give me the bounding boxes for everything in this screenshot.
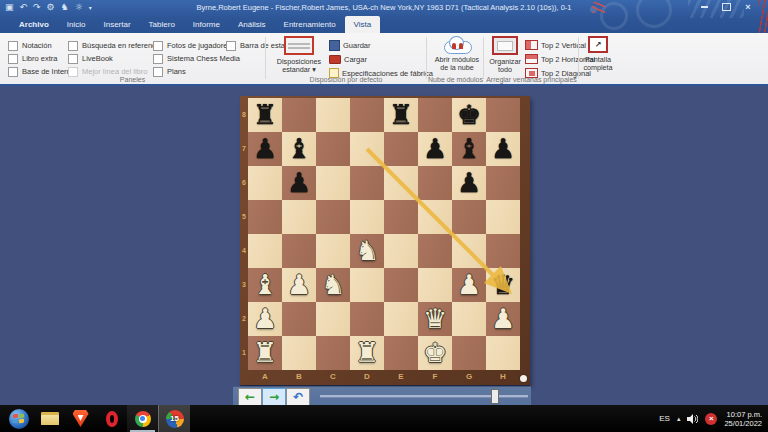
black-queen-h3: ♛ xyxy=(486,268,520,302)
black-rook-e8: ♜ xyxy=(384,98,418,132)
square-b2[interactable] xyxy=(282,302,316,336)
tab-análisis[interactable]: Análisis xyxy=(229,16,275,33)
checkbox-box[interactable] xyxy=(8,54,18,64)
back-move-button[interactable]: ← xyxy=(238,388,262,406)
square-g5[interactable] xyxy=(452,200,486,234)
square-e1[interactable] xyxy=(384,336,418,370)
board-rank-labels: 87654321 xyxy=(240,98,248,370)
tab-vista[interactable]: Vista xyxy=(345,16,381,33)
paneles-column-2: Búsqueda en referenciaLiveBookMejor líne… xyxy=(68,39,162,78)
checkbox-box[interactable] xyxy=(153,41,163,51)
load-icon xyxy=(329,55,341,64)
abrir-modulos-nube-button[interactable]: Abrir módulos de la nube xyxy=(436,36,478,72)
square-e4[interactable] xyxy=(384,234,418,268)
square-g3[interactable]: ♟ xyxy=(452,268,486,302)
square-h3[interactable]: ♛ xyxy=(486,268,520,302)
checkbox-libro-extra[interactable]: Libro extra xyxy=(8,52,77,65)
checkbox-box[interactable] xyxy=(8,41,18,51)
square-c4[interactable] xyxy=(316,234,350,268)
black-bishop-g7: ♝ xyxy=(452,132,486,166)
tab-informe[interactable]: Informe xyxy=(184,16,229,33)
slider-handle[interactable] xyxy=(491,389,499,404)
file-label-b: B xyxy=(282,370,316,384)
clock-time: 10:07 p.m. xyxy=(727,410,762,419)
guardar-button[interactable]: Guardar xyxy=(329,38,433,52)
file-label-d: D xyxy=(350,370,384,384)
square-b8[interactable] xyxy=(282,98,316,132)
speaker-icon[interactable] xyxy=(687,414,698,424)
taskbar-app-chrome[interactable] xyxy=(127,405,158,432)
square-h5[interactable] xyxy=(486,200,520,234)
square-f6[interactable] xyxy=(418,166,452,200)
square-e2[interactable] xyxy=(384,302,418,336)
quick-access-toolbar: ▣ ↶ ↷ ⚙ ♞ ☼ ▾ xyxy=(5,2,92,13)
checkbox-label: Búsqueda en referencia xyxy=(82,41,162,50)
checkbox-label: Mejor línea del libro xyxy=(82,67,147,76)
square-c6[interactable] xyxy=(316,166,350,200)
square-a6[interactable] xyxy=(248,166,282,200)
square-e5[interactable] xyxy=(384,200,418,234)
checkbox-livebook[interactable]: LiveBook xyxy=(68,52,162,65)
black-pawn-a7: ♟ xyxy=(248,132,282,166)
file-label-c: C xyxy=(316,370,350,384)
ribbon-group-arreglar: Organizar todo Top 2 VerticalTop 2 Horiz… xyxy=(485,33,578,84)
square-a7[interactable]: ♟ xyxy=(248,132,282,166)
square-a8[interactable]: ♜ xyxy=(248,98,282,132)
black-bishop-b7: ♝ xyxy=(282,132,316,166)
white-rook-d1: ♜ xyxy=(350,336,384,370)
white-king-f1: ♚ xyxy=(418,336,452,370)
square-a1[interactable]: ♜ xyxy=(248,336,282,370)
group-label-disposicion: Disposición por defecto xyxy=(267,76,425,83)
square-b7[interactable]: ♝ xyxy=(282,132,316,166)
ribbon-group-paneles: NotaciónLibro extraBase de Internet Búsq… xyxy=(0,33,265,84)
arrange-windows-icon xyxy=(492,36,518,55)
cargar-button[interactable]: Cargar xyxy=(329,52,433,66)
recording-tray-icon[interactable]: × xyxy=(705,413,717,425)
group-label-arreglar: Arreglar ventanas principales xyxy=(485,76,578,83)
ribbon-group-pantalla: ↗ Pantalla completa xyxy=(580,33,616,84)
square-c3[interactable]: ♞ xyxy=(316,268,350,302)
save-icon[interactable]: ▣ xyxy=(5,2,14,13)
white-knight-d4: ♞ xyxy=(350,234,384,268)
customize-qat-icon[interactable]: ▾ xyxy=(89,2,92,13)
square-g8[interactable]: ♚ xyxy=(452,98,486,132)
file-label-g: G xyxy=(452,370,486,384)
hidden-icons-caret[interactable]: ▴ xyxy=(677,415,681,423)
language-indicator[interactable]: ES xyxy=(659,414,670,423)
white-pawn-g3: ♟ xyxy=(452,268,486,302)
chrome-icon xyxy=(135,411,151,427)
black-pawn-b6: ♟ xyxy=(282,166,316,200)
square-c1[interactable] xyxy=(316,336,350,370)
checkbox-label: Sistema Chess Media xyxy=(167,54,240,63)
file-label-f: F xyxy=(418,370,452,384)
checkbox-label: Libro extra xyxy=(22,54,57,63)
square-c2[interactable] xyxy=(316,302,350,336)
square-f5[interactable] xyxy=(418,200,452,234)
tab-inicio[interactable]: Inicio xyxy=(58,16,95,33)
file-explorer-icon xyxy=(41,412,59,425)
white-bishop-a3: ♝ xyxy=(248,268,282,302)
rank-label-7: 7 xyxy=(240,132,248,166)
square-a2[interactable]: ♟ xyxy=(248,302,282,336)
organizar-todo-button[interactable]: Organizar todo xyxy=(487,36,523,74)
system-tray: ES ▴ × 10:07 p.m. 25/01/2022 xyxy=(659,405,762,432)
undo-icon[interactable]: ↶ xyxy=(20,2,28,13)
square-g1[interactable] xyxy=(452,336,486,370)
square-c5[interactable] xyxy=(316,200,350,234)
square-e6[interactable] xyxy=(384,166,418,200)
taskbar-apps: 15 xyxy=(3,405,190,432)
rank-label-6: 6 xyxy=(240,166,248,200)
taskbar-app-windows-start[interactable] xyxy=(3,405,34,432)
square-f4[interactable] xyxy=(418,234,452,268)
ribbon-separator xyxy=(578,37,579,79)
square-f1[interactable]: ♚ xyxy=(418,336,452,370)
settings-gear-icon[interactable]: ⚙ xyxy=(47,2,55,13)
rank-label-8: 8 xyxy=(240,98,248,132)
square-d1[interactable]: ♜ xyxy=(350,336,384,370)
rank-label-3: 3 xyxy=(240,268,248,302)
file-label-e: E xyxy=(384,370,418,384)
square-b1[interactable] xyxy=(282,336,316,370)
ribbon-group-disposicion: Disposiciones estandar ▾ GuardarCargarEs… xyxy=(267,33,425,84)
title-bar: ▣ ↶ ↷ ⚙ ♞ ☼ ▾ Byrne,Robert Eugene - Fisc… xyxy=(0,0,768,33)
file-label-a: A xyxy=(248,370,282,384)
square-b3[interactable]: ♟ xyxy=(282,268,316,302)
clock-date: 25/01/2022 xyxy=(724,419,762,428)
fullscreen-icon: ↗ xyxy=(588,36,608,53)
checkbox-box[interactable] xyxy=(8,67,18,77)
tab-archivo[interactable]: Archivo xyxy=(10,16,58,33)
save-icon xyxy=(329,40,340,51)
square-h7[interactable]: ♟ xyxy=(486,132,520,166)
group-label-nube: Nube de módulos xyxy=(428,76,483,83)
square-h6[interactable] xyxy=(486,166,520,200)
button-label: Cargar xyxy=(344,55,367,64)
square-b4[interactable] xyxy=(282,234,316,268)
taskbar-app-brave[interactable] xyxy=(65,405,96,432)
tab-entrenamiento[interactable]: Entrenamiento xyxy=(275,16,345,33)
square-d4[interactable]: ♞ xyxy=(350,234,384,268)
checkbox-búsqueda-en-referencia[interactable]: Búsqueda en referencia xyxy=(68,39,162,52)
checkbox-sistema-chess-media[interactable]: Sistema Chess Media xyxy=(153,52,240,65)
checkbox-box[interactable] xyxy=(68,54,78,64)
square-d8[interactable] xyxy=(350,98,384,132)
file-label-h: H xyxy=(486,370,520,384)
white-pawn-b3: ♟ xyxy=(282,268,316,302)
ribbon-separator xyxy=(426,37,427,79)
chessbase-15-icon: 15 xyxy=(166,410,184,428)
square-d6[interactable] xyxy=(350,166,384,200)
pantalla-completa-button[interactable]: ↗ Pantalla completa xyxy=(581,36,615,72)
layouts-icon xyxy=(284,36,314,55)
taskbar-app-opera[interactable] xyxy=(96,405,127,432)
ribbon-group-nube: Abrir módulos de la nube Nube de módulos xyxy=(428,33,483,84)
square-g4[interactable] xyxy=(452,234,486,268)
square-g6[interactable]: ♟ xyxy=(452,166,486,200)
checkbox-label: Plans xyxy=(167,67,186,76)
checkbox-label: Notación xyxy=(22,41,52,50)
windows-start-icon xyxy=(9,409,29,429)
icon-top2 h xyxy=(525,54,538,64)
square-e7[interactable] xyxy=(384,132,418,166)
side-to-move-indicator xyxy=(520,375,527,382)
checkbox-notación[interactable]: Notación xyxy=(8,39,77,52)
move-navigation-bar: ← → ↶ xyxy=(233,386,531,405)
square-g2[interactable] xyxy=(452,302,486,336)
white-rook-a1: ♜ xyxy=(248,336,282,370)
ribbon-separator xyxy=(265,37,266,79)
checkbox-box[interactable] xyxy=(153,54,163,64)
taskbar-app-file-explorer[interactable] xyxy=(34,405,65,432)
icon-top2 v xyxy=(525,40,538,50)
windows-taskbar: 15 ES ▴ × 10:07 p.m. 25/01/2022 xyxy=(0,405,768,432)
black-pawn-h7: ♟ xyxy=(486,132,520,166)
cloud-engines-icon xyxy=(442,36,472,53)
button-label: Guardar xyxy=(343,41,371,50)
square-g7[interactable]: ♝ xyxy=(452,132,486,166)
rank-label-5: 5 xyxy=(240,200,248,234)
maximize-button[interactable] xyxy=(720,2,732,12)
square-d3[interactable] xyxy=(350,268,384,302)
board-file-labels: ABCDEFGH xyxy=(248,370,520,384)
board-grid: ♜♜♚♟♝♟♝♟♟♟♞♝♟♞♟♛♟♛♟♜♜♚ xyxy=(248,98,520,370)
deco-circle xyxy=(636,0,672,28)
square-h2[interactable]: ♟ xyxy=(486,302,520,336)
black-pawn-f7: ♟ xyxy=(418,132,452,166)
square-h4[interactable] xyxy=(486,234,520,268)
minimize-button[interactable] xyxy=(698,2,710,12)
white-knight-c3: ♞ xyxy=(316,268,350,302)
taskbar-app-chessbase-15[interactable]: 15 xyxy=(158,405,190,432)
black-rook-a8: ♜ xyxy=(248,98,282,132)
square-a5[interactable] xyxy=(248,200,282,234)
square-a3[interactable]: ♝ xyxy=(248,268,282,302)
brave-icon xyxy=(73,410,89,427)
rank-label-1: 1 xyxy=(240,336,248,370)
black-king-g8: ♚ xyxy=(452,98,486,132)
group-label-paneles: Paneles xyxy=(0,76,265,83)
white-queen-f2: ♛ xyxy=(418,302,452,336)
checkbox-box[interactable] xyxy=(68,41,78,51)
tab-tablero[interactable]: Tablero xyxy=(140,16,184,33)
engine-lamp-icon[interactable]: ☼ xyxy=(75,2,83,13)
white-pawn-a2: ♟ xyxy=(248,302,282,336)
close-button[interactable]: × xyxy=(742,2,754,12)
checkbox-box[interactable] xyxy=(226,41,236,51)
white-pawn-h2: ♟ xyxy=(486,302,520,336)
square-h1[interactable] xyxy=(486,336,520,370)
deco-red-stripes xyxy=(592,2,605,13)
board-piece-icon[interactable]: ♞ xyxy=(61,2,69,13)
rank-label-4: 4 xyxy=(240,234,248,268)
square-d5[interactable] xyxy=(350,200,384,234)
checkbox-box xyxy=(68,67,78,77)
square-f7[interactable]: ♟ xyxy=(418,132,452,166)
disposicion-small-buttons: GuardarCargarEspecificaciones de fábrica xyxy=(329,38,433,80)
square-h8[interactable] xyxy=(486,98,520,132)
square-e8[interactable]: ♜ xyxy=(384,98,418,132)
square-f3[interactable] xyxy=(418,268,452,302)
checkbox-label: LiveBook xyxy=(82,54,113,63)
forward-move-button[interactable]: → xyxy=(262,388,286,406)
paneles-column-1: NotaciónLibro extraBase de Internet xyxy=(8,39,77,78)
square-f2[interactable]: ♛ xyxy=(418,302,452,336)
disposiciones-estandar-button[interactable]: Disposiciones estandar ▾ xyxy=(273,36,325,74)
square-a4[interactable] xyxy=(248,234,282,268)
black-pawn-g6: ♟ xyxy=(452,166,486,200)
chess-board: 87654321 ♜♜♚♟♝♟♝♟♟♟♞♝♟♞♟♛♟♛♟♜♜♚ ABCDEFGH xyxy=(240,96,530,385)
window-title: Byrne,Robert Eugene - Fischer,Robert Jam… xyxy=(196,3,571,12)
ribbon-separator xyxy=(483,37,484,79)
tab-insertar[interactable]: Insertar xyxy=(94,16,139,33)
square-d2[interactable] xyxy=(350,302,384,336)
takeback-button[interactable]: ↶ xyxy=(286,388,310,406)
ribbon: NotaciónLibro extraBase de Internet Búsq… xyxy=(0,33,768,86)
taskbar-clock[interactable]: 10:07 p.m. 25/01/2022 xyxy=(724,410,762,428)
opera-icon xyxy=(106,411,118,427)
deco-red-edge xyxy=(759,0,768,33)
square-f8[interactable] xyxy=(418,98,452,132)
square-d7[interactable] xyxy=(350,132,384,166)
ribbon-tabs: ArchivoInicioInsertarTableroInformeAnáli… xyxy=(10,16,380,33)
square-b6[interactable]: ♟ xyxy=(282,166,316,200)
checkbox-label: Fotos de jugadores xyxy=(167,41,231,50)
checkbox-box[interactable] xyxy=(153,67,163,77)
window-controls: × xyxy=(698,2,754,12)
chessbase-window: ▣ ↶ ↷ ⚙ ♞ ☼ ▾ Byrne,Robert Eugene - Fisc… xyxy=(0,0,768,432)
square-e3[interactable] xyxy=(384,268,418,302)
square-c7[interactable] xyxy=(316,132,350,166)
square-c8[interactable] xyxy=(316,98,350,132)
square-b5[interactable] xyxy=(282,200,316,234)
rank-label-2: 2 xyxy=(240,302,248,336)
redo-icon[interactable]: ↷ xyxy=(33,2,41,13)
